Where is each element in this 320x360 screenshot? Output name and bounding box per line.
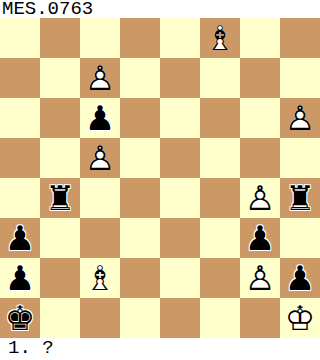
square-g7[interactable] (240, 58, 280, 98)
square-d8[interactable] (120, 18, 160, 58)
square-h4[interactable]: ♜ (280, 178, 320, 218)
square-h1[interactable]: ♚♔ (280, 298, 320, 338)
square-c4[interactable] (80, 178, 120, 218)
square-e1[interactable] (160, 298, 200, 338)
square-e4[interactable] (160, 178, 200, 218)
square-b8[interactable] (40, 18, 80, 58)
square-a8[interactable] (0, 18, 40, 58)
white-pawn-icon: ♟♙ (240, 178, 280, 218)
square-e5[interactable] (160, 138, 200, 178)
square-g2[interactable]: ♟♙ (240, 258, 280, 298)
square-e3[interactable] (160, 218, 200, 258)
square-g4[interactable]: ♟♙ (240, 178, 280, 218)
square-a7[interactable] (0, 58, 40, 98)
square-g1[interactable] (240, 298, 280, 338)
white-bishop-icon: ♝♗ (80, 258, 120, 298)
square-g6[interactable] (240, 98, 280, 138)
square-f2[interactable] (200, 258, 240, 298)
square-f6[interactable] (200, 98, 240, 138)
white-pawn-icon: ♟♙ (280, 98, 320, 138)
square-e6[interactable] (160, 98, 200, 138)
square-h5[interactable] (280, 138, 320, 178)
square-h6[interactable]: ♟♙ (280, 98, 320, 138)
white-pawn-icon: ♟♙ (80, 138, 120, 178)
square-f4[interactable] (200, 178, 240, 218)
square-c6[interactable]: ♟ (80, 98, 120, 138)
square-e7[interactable] (160, 58, 200, 98)
move-prompt: 1. ? (0, 338, 320, 360)
chess-board[interactable]: ♝♗♟♙♟♟♙♟♙♜♟♙♜♟♟♟♝♗♟♙♟♚♚♔ (0, 18, 320, 338)
square-g8[interactable] (240, 18, 280, 58)
square-h2[interactable]: ♟ (280, 258, 320, 298)
square-d3[interactable] (120, 218, 160, 258)
square-d7[interactable] (120, 58, 160, 98)
square-e2[interactable] (160, 258, 200, 298)
square-b4[interactable]: ♜ (40, 178, 80, 218)
square-a2[interactable]: ♟ (0, 258, 40, 298)
black-rook-icon: ♜ (280, 178, 320, 218)
black-pawn-icon: ♟ (240, 218, 280, 258)
square-d5[interactable] (120, 138, 160, 178)
white-pawn-icon: ♟♙ (80, 58, 120, 98)
white-pawn-icon: ♟♙ (240, 258, 280, 298)
square-h7[interactable] (280, 58, 320, 98)
chess-puzzle-page: MES.0763 ♝♗♟♙♟♟♙♟♙♜♟♙♜♟♟♟♝♗♟♙♟♚♚♔ 1. ? (0, 0, 320, 360)
square-a3[interactable]: ♟ (0, 218, 40, 258)
square-h3[interactable] (280, 218, 320, 258)
black-pawn-icon: ♟ (0, 218, 40, 258)
black-rook-icon: ♜ (40, 178, 80, 218)
square-b7[interactable] (40, 58, 80, 98)
square-f7[interactable] (200, 58, 240, 98)
square-b1[interactable] (40, 298, 80, 338)
square-f5[interactable] (200, 138, 240, 178)
square-c3[interactable] (80, 218, 120, 258)
square-b2[interactable] (40, 258, 80, 298)
square-g3[interactable]: ♟ (240, 218, 280, 258)
square-f1[interactable] (200, 298, 240, 338)
square-c8[interactable] (80, 18, 120, 58)
square-e8[interactable] (160, 18, 200, 58)
square-d2[interactable] (120, 258, 160, 298)
square-a6[interactable] (0, 98, 40, 138)
black-pawn-icon: ♟ (80, 98, 120, 138)
square-b5[interactable] (40, 138, 80, 178)
square-c2[interactable]: ♝♗ (80, 258, 120, 298)
square-d4[interactable] (120, 178, 160, 218)
square-c5[interactable]: ♟♙ (80, 138, 120, 178)
square-d6[interactable] (120, 98, 160, 138)
square-c1[interactable] (80, 298, 120, 338)
square-h8[interactable] (280, 18, 320, 58)
square-b3[interactable] (40, 218, 80, 258)
square-b6[interactable] (40, 98, 80, 138)
square-a4[interactable] (0, 178, 40, 218)
square-f3[interactable] (200, 218, 240, 258)
square-f8[interactable]: ♝♗ (200, 18, 240, 58)
puzzle-id: MES.0763 (0, 0, 320, 18)
black-pawn-icon: ♟ (280, 258, 320, 298)
square-c7[interactable]: ♟♙ (80, 58, 120, 98)
black-pawn-icon: ♟ (0, 258, 40, 298)
black-king-icon: ♚ (0, 298, 40, 338)
square-g5[interactable] (240, 138, 280, 178)
white-bishop-icon: ♝♗ (200, 18, 240, 58)
square-a1[interactable]: ♚ (0, 298, 40, 338)
square-a5[interactable] (0, 138, 40, 178)
white-king-icon: ♚♔ (280, 298, 320, 338)
square-d1[interactable] (120, 298, 160, 338)
